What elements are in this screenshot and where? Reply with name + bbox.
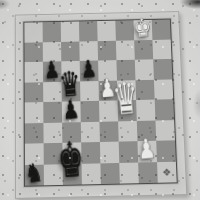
square-d1 xyxy=(82,163,101,185)
piece-white-pawn-g2: ♟ xyxy=(136,134,157,163)
square-d8 xyxy=(79,21,98,41)
chess-board: ♚♟♟♛♟♟♛♟♞♚❖ xyxy=(15,11,187,199)
square-a8 xyxy=(24,22,42,42)
square-e2 xyxy=(100,142,119,163)
square-e7 xyxy=(98,40,117,60)
square-g4 xyxy=(136,100,155,121)
square-f8 xyxy=(115,20,134,40)
square-a4 xyxy=(25,102,44,123)
square-b8 xyxy=(43,22,61,42)
square-g1 xyxy=(138,162,158,184)
square-c4: ♟ xyxy=(62,101,81,122)
square-h2 xyxy=(156,140,176,161)
photo-background: ♚♟♟♛♟♟♛♟♞♚❖ xyxy=(0,0,200,200)
square-g2: ♟ xyxy=(137,141,157,162)
square-f1 xyxy=(119,162,139,184)
square-h6 xyxy=(153,59,172,79)
square-h1: ❖ xyxy=(157,161,177,183)
square-g8: ♚ xyxy=(134,20,153,40)
square-a1: ♞ xyxy=(25,164,44,186)
square-h5 xyxy=(154,79,173,100)
square-a5 xyxy=(25,82,44,103)
square-f3 xyxy=(118,120,137,141)
square-f7 xyxy=(116,40,135,60)
square-g7 xyxy=(134,39,153,59)
square-a3 xyxy=(25,123,44,144)
square-f2 xyxy=(119,141,138,162)
piece-black-knight-a1: ♞ xyxy=(24,159,44,186)
board-maker-logo: ❖ xyxy=(157,161,177,183)
square-f4: ♛ xyxy=(118,100,137,121)
square-e3 xyxy=(99,121,118,142)
square-d4 xyxy=(80,101,99,122)
square-h8 xyxy=(152,19,171,39)
square-d3 xyxy=(81,121,100,142)
square-e1 xyxy=(100,162,119,184)
square-d6: ♟ xyxy=(80,61,99,81)
square-c8 xyxy=(61,21,80,41)
square-b4 xyxy=(43,102,62,123)
square-d5 xyxy=(80,81,99,102)
piece-white-king-g8: ♚ xyxy=(132,14,152,40)
square-a7 xyxy=(24,42,42,62)
square-e8 xyxy=(97,21,116,41)
square-c7 xyxy=(61,41,80,61)
square-c1: ♚ xyxy=(63,163,82,185)
square-d2 xyxy=(81,142,100,163)
square-h3 xyxy=(155,120,175,141)
piece-black-pawn-d6: ♟ xyxy=(79,57,97,82)
board-grid: ♚♟♟♛♟♟♛♟♞♚❖ xyxy=(23,19,177,187)
square-h7 xyxy=(152,39,171,59)
square-g6 xyxy=(135,59,154,79)
square-a6 xyxy=(25,62,44,82)
square-h4 xyxy=(155,99,174,120)
piece-black-pawn-c4: ♟ xyxy=(61,96,80,123)
